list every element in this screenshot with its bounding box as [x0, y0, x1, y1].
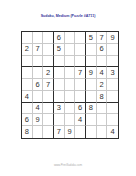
sudoku-cell-r7c2: 4 [33, 103, 44, 115]
sudoku-cell-r6c6 [75, 91, 86, 103]
sudoku-cell-r3c3 [43, 56, 54, 68]
sudoku-cell-r4c9: 3 [107, 67, 118, 79]
sudoku-cell-r8c9 [107, 114, 118, 126]
sudoku-cell-r9c5: 9 [65, 126, 76, 138]
sudoku-cell-r8c2: 9 [33, 114, 44, 126]
sudoku-cell-r3c8 [97, 56, 108, 68]
sudoku-cell-r7c3 [43, 103, 54, 115]
sudoku-cell-r1c9: 9 [107, 32, 118, 44]
sudoku-cell-r6c5 [65, 91, 76, 103]
sudoku-cell-r4c7: 9 [86, 67, 97, 79]
sudoku-cell-r8c6: 4 [75, 114, 86, 126]
sudoku-cell-r9c9: 4 [107, 126, 118, 138]
sudoku-cell-r1c7: 5 [86, 32, 97, 44]
footer-url: www.PrintSudoku.com [0, 163, 136, 166]
sudoku-cell-r2c8: 6 [97, 44, 108, 56]
sudoku-cell-r9c8 [97, 126, 108, 138]
sudoku-cell-r2c5 [65, 44, 76, 56]
sudoku-cell-r8c8 [97, 114, 108, 126]
sudoku-cell-r1c8: 7 [97, 32, 108, 44]
sudoku-cell-r6c4 [54, 91, 65, 103]
sudoku-cell-r4c3: 2 [43, 67, 54, 79]
sudoku-grid: 65792756279436724843686948794 [21, 31, 119, 139]
sudoku-cell-r3c7 [86, 56, 97, 68]
sudoku-cell-r6c7 [86, 91, 97, 103]
sudoku-cell-r2c6 [75, 44, 86, 56]
sudoku-cell-r7c9 [107, 103, 118, 115]
sudoku-cell-r9c6 [75, 126, 86, 138]
sudoku-cell-r5c4 [54, 79, 65, 91]
sudoku-cell-r6c2 [33, 91, 44, 103]
sudoku-page: Sudoku, Medium (Puzzle #A711) 6579275627… [0, 0, 136, 176]
sudoku-cell-r7c6: 6 [75, 103, 86, 115]
sudoku-cell-r6c1: 4 [22, 91, 33, 103]
sudoku-cell-r2c7 [86, 44, 97, 56]
sudoku-cell-r1c6 [75, 32, 86, 44]
sudoku-cell-r2c9 [107, 44, 118, 56]
sudoku-cell-r8c3 [43, 114, 54, 126]
sudoku-cell-r1c3 [43, 32, 54, 44]
sudoku-cell-r2c1: 2 [22, 44, 33, 56]
sudoku-cell-r6c9 [107, 91, 118, 103]
sudoku-cell-r4c2 [33, 67, 44, 79]
sudoku-cell-r7c4: 3 [54, 103, 65, 115]
sudoku-cell-r8c5 [65, 114, 76, 126]
sudoku-cell-r2c2: 7 [33, 44, 44, 56]
sudoku-cell-r6c3 [43, 91, 54, 103]
sudoku-cell-r5c5 [65, 79, 76, 91]
sudoku-cell-r2c3 [43, 44, 54, 56]
sudoku-cell-r9c4: 7 [54, 126, 65, 138]
sudoku-cell-r9c7 [86, 126, 97, 138]
sudoku-cell-r7c1 [22, 103, 33, 115]
sudoku-cell-r6c8: 8 [97, 91, 108, 103]
sudoku-cell-r5c7 [86, 79, 97, 91]
sudoku-cell-r4c6: 7 [75, 67, 86, 79]
sudoku-cell-r5c8: 2 [97, 79, 108, 91]
sudoku-cell-r2c4: 5 [54, 44, 65, 56]
sudoku-cell-r5c1 [22, 79, 33, 91]
sudoku-cell-r1c4: 6 [54, 32, 65, 44]
sudoku-cell-r9c2 [33, 126, 44, 138]
sudoku-cell-r3c6 [75, 56, 86, 68]
sudoku-cell-r5c2: 6 [33, 79, 44, 91]
sudoku-cell-r8c1: 6 [22, 114, 33, 126]
sudoku-cell-r5c6 [75, 79, 86, 91]
sudoku-cell-r7c5 [65, 103, 76, 115]
sudoku-cell-r3c9 [107, 56, 118, 68]
sudoku-cell-r9c1: 8 [22, 126, 33, 138]
sudoku-cell-r8c7 [86, 114, 97, 126]
sudoku-cell-r9c3 [43, 126, 54, 138]
sudoku-cell-r4c8: 4 [97, 67, 108, 79]
sudoku-cell-r5c3: 7 [43, 79, 54, 91]
sudoku-cell-r1c5 [65, 32, 76, 44]
sudoku-cell-r5c9 [107, 79, 118, 91]
puzzle-title: Sudoku, Medium (Puzzle #A711) [0, 13, 136, 18]
sudoku-cell-r3c5 [65, 56, 76, 68]
sudoku-cell-r8c4 [54, 114, 65, 126]
sudoku-cell-r7c8 [97, 103, 108, 115]
sudoku-cell-r3c4 [54, 56, 65, 68]
sudoku-cell-r3c1 [22, 56, 33, 68]
sudoku-cell-r3c2 [33, 56, 44, 68]
sudoku-cell-r1c2 [33, 32, 44, 44]
sudoku-cell-r7c7: 8 [86, 103, 97, 115]
sudoku-cell-r4c1 [22, 67, 33, 79]
sudoku-cell-r4c4 [54, 67, 65, 79]
sudoku-cell-r1c1 [22, 32, 33, 44]
sudoku-cell-r4c5 [65, 67, 76, 79]
